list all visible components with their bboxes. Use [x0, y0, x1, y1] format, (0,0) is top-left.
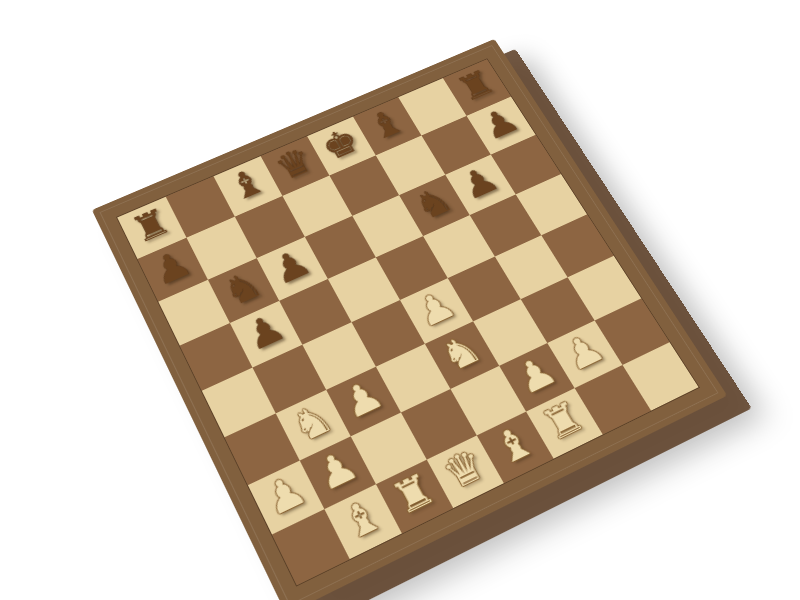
- white-knight[interactable]: ♞: [434, 328, 488, 379]
- white-pawn[interactable]: ♟: [309, 443, 364, 498]
- square-a2[interactable]: ♟: [248, 461, 324, 535]
- square-e1[interactable]: ♝: [477, 412, 554, 484]
- black-pawn[interactable]: ♟: [454, 161, 505, 206]
- chess-board: ♜♝♛♚♝♜♟♟♞♟♞♟♟♟♞♟♞♟♟♟♟♝♜♛♝♜: [92, 39, 727, 600]
- square-e3[interactable]: ♞: [425, 321, 499, 389]
- square-a5[interactable]: [180, 323, 253, 391]
- square-a1[interactable]: [272, 509, 350, 585]
- black-king[interactable]: ♚: [316, 122, 366, 166]
- square-f1[interactable]: ♜: [526, 388, 603, 459]
- chess-board-grid: ♜♝♛♚♝♜♟♟♞♟♞♟♟♟♞♟♞♟♟♟♟♝♜♛♝♜: [117, 59, 698, 585]
- square-c4[interactable]: [302, 322, 376, 390]
- square-b2[interactable]: ♟: [300, 436, 376, 509]
- black-pawn[interactable]: ♟: [239, 307, 291, 357]
- white-rook[interactable]: ♜: [535, 395, 591, 448]
- black-knight[interactable]: ♞: [408, 181, 459, 227]
- white-knight[interactable]: ♞: [285, 397, 339, 450]
- black-pawn[interactable]: ♟: [266, 243, 317, 291]
- black-pawn[interactable]: ♟: [147, 244, 198, 292]
- square-c1[interactable]: ♜: [376, 460, 453, 534]
- square-b5[interactable]: ♟: [230, 301, 302, 368]
- square-a4[interactable]: [202, 368, 276, 438]
- white-bishop[interactable]: ♝: [334, 492, 390, 548]
- square-g2[interactable]: ♟: [547, 321, 622, 389]
- white-pawn[interactable]: ♟: [409, 285, 462, 334]
- product-photo-scene: ♜♝♛♚♝♜♟♟♞♟♞♟♟♟♞♟♞♟♟♟♟♝♜♛♝♜: [0, 0, 800, 600]
- square-d4[interactable]: [352, 300, 425, 367]
- white-pawn[interactable]: ♟: [258, 468, 313, 523]
- square-d3[interactable]: [376, 344, 451, 413]
- square-h1[interactable]: [622, 342, 698, 411]
- square-g1[interactable]: [575, 365, 651, 435]
- square-a3[interactable]: [225, 413, 300, 485]
- white-pawn[interactable]: ♟: [336, 374, 390, 426]
- black-pawn[interactable]: ♟: [475, 102, 525, 146]
- square-d2[interactable]: [401, 389, 477, 460]
- square-b4[interactable]: [252, 345, 326, 414]
- black-rook[interactable]: ♜: [451, 65, 500, 107]
- square-h2[interactable]: [595, 298, 670, 365]
- black-knight[interactable]: ♞: [217, 265, 268, 314]
- white-pawn[interactable]: ♟: [557, 327, 612, 378]
- square-f2[interactable]: ♟: [499, 343, 574, 412]
- square-b3[interactable]: ♞: [276, 390, 351, 461]
- white-rook[interactable]: ♜: [386, 467, 442, 522]
- square-b1[interactable]: ♝: [324, 484, 402, 559]
- square-f3[interactable]: [473, 299, 547, 366]
- black-bishop[interactable]: ♝: [222, 162, 272, 207]
- square-d1[interactable]: ♛: [427, 435, 504, 508]
- black-bishop[interactable]: ♝: [362, 103, 412, 147]
- square-c2[interactable]: [351, 412, 427, 484]
- white-bishop[interactable]: ♝: [486, 419, 542, 473]
- black-rook[interactable]: ♜: [126, 203, 176, 250]
- square-e2[interactable]: [450, 366, 526, 436]
- white-pawn[interactable]: ♟: [509, 350, 564, 401]
- white-queen[interactable]: ♛: [436, 443, 492, 498]
- square-c3[interactable]: ♟: [326, 367, 401, 437]
- black-queen[interactable]: ♛: [269, 142, 319, 187]
